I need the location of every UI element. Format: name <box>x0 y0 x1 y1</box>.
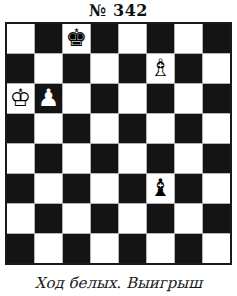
square-a6: ♔ <box>7 84 34 113</box>
square-h6 <box>203 84 230 113</box>
square-f3: ♝ <box>147 174 174 203</box>
square-f6 <box>147 84 174 113</box>
square-b2 <box>35 204 62 233</box>
square-f2 <box>147 204 174 233</box>
square-a7 <box>7 54 34 83</box>
square-h2 <box>203 204 230 233</box>
black-bishop: ♝ <box>150 176 172 200</box>
square-d4 <box>91 144 118 173</box>
square-d2 <box>91 204 118 233</box>
square-e8 <box>119 24 146 53</box>
square-c3 <box>63 174 90 203</box>
square-a3 <box>7 174 34 203</box>
square-a4 <box>7 144 34 173</box>
square-h7 <box>203 54 230 83</box>
white-king: ♔ <box>10 86 32 110</box>
square-e5 <box>119 114 146 143</box>
square-d8 <box>91 24 118 53</box>
square-c6 <box>63 84 90 113</box>
square-c7 <box>63 54 90 83</box>
square-f5 <box>147 114 174 143</box>
square-b7 <box>35 54 62 83</box>
square-a8 <box>7 24 34 53</box>
square-f4 <box>147 144 174 173</box>
square-c4 <box>63 144 90 173</box>
square-b6: ♟ <box>35 84 62 113</box>
square-g7 <box>175 54 202 83</box>
square-d3 <box>91 174 118 203</box>
square-h4 <box>203 144 230 173</box>
square-f1 <box>147 234 174 263</box>
square-e7 <box>119 54 146 83</box>
square-e3 <box>119 174 146 203</box>
square-b1 <box>35 234 62 263</box>
square-b3 <box>35 174 62 203</box>
white-pawn: ♟ <box>38 86 60 110</box>
square-d7 <box>91 54 118 83</box>
square-b5 <box>35 114 62 143</box>
square-c2 <box>63 204 90 233</box>
square-g6 <box>175 84 202 113</box>
square-g5 <box>175 114 202 143</box>
square-h5 <box>203 114 230 143</box>
square-g3 <box>175 174 202 203</box>
square-c1 <box>63 234 90 263</box>
square-e4 <box>119 144 146 173</box>
stipulation-caption: Ход белых. Выигрыш <box>35 274 202 292</box>
square-f8 <box>147 24 174 53</box>
square-a5 <box>7 114 34 143</box>
square-e6 <box>119 84 146 113</box>
square-f7: ♗ <box>147 54 174 83</box>
square-g8 <box>175 24 202 53</box>
square-h1 <box>203 234 230 263</box>
square-a2 <box>7 204 34 233</box>
square-h3 <box>203 174 230 203</box>
puzzle-page: № 342 ♚♗♔♟♝ Ход белых. Выигрыш <box>0 0 237 296</box>
square-c8: ♚ <box>63 24 90 53</box>
square-d6 <box>91 84 118 113</box>
square-b8 <box>35 24 62 53</box>
square-h8 <box>203 24 230 53</box>
black-king: ♚ <box>66 26 88 50</box>
puzzle-number: № 342 <box>89 1 148 21</box>
square-d5 <box>91 114 118 143</box>
square-a1 <box>7 234 34 263</box>
square-g2 <box>175 204 202 233</box>
square-d1 <box>91 234 118 263</box>
square-g4 <box>175 144 202 173</box>
square-g1 <box>175 234 202 263</box>
square-b4 <box>35 144 62 173</box>
square-e2 <box>119 204 146 233</box>
square-c5 <box>63 114 90 143</box>
square-e1 <box>119 234 146 263</box>
chess-board: ♚♗♔♟♝ <box>5 22 232 265</box>
white-bishop: ♗ <box>150 56 172 80</box>
